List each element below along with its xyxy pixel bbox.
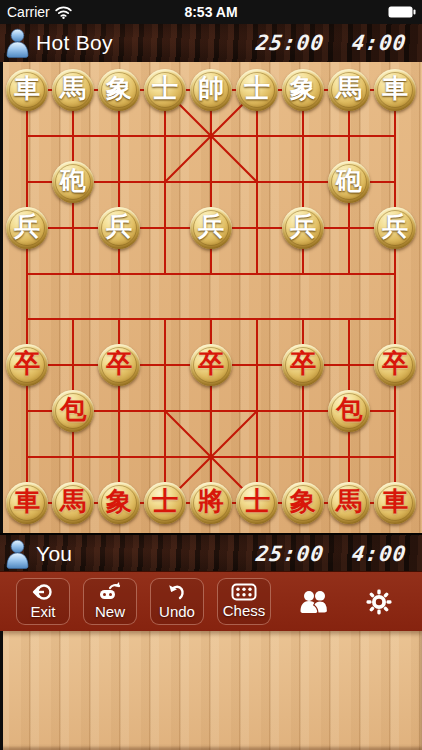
- piece-glyph: 卒: [290, 351, 316, 377]
- player-bar: You 25:00 4:00: [0, 533, 422, 574]
- piece-glyph: 馬: [60, 76, 86, 102]
- piece-red-車[interactable]: 車: [6, 482, 48, 524]
- piece-red-包[interactable]: 包: [52, 390, 94, 432]
- piece-glyph: 馬: [336, 489, 362, 515]
- undo-button[interactable]: Undo: [150, 578, 204, 625]
- piece-white-兵[interactable]: 兵: [374, 207, 416, 249]
- piece-glyph: 砲: [336, 168, 362, 194]
- piece-white-兵[interactable]: 兵: [190, 207, 232, 249]
- piece-glyph: 將: [198, 489, 224, 515]
- bottom-wood-panel: [0, 631, 422, 750]
- piece-red-士[interactable]: 士: [144, 482, 186, 524]
- clock-time: 8:53 AM: [184, 4, 237, 20]
- piece-white-士[interactable]: 士: [144, 69, 186, 111]
- piece-glyph: 卒: [14, 351, 40, 377]
- piece-red-士[interactable]: 士: [236, 482, 278, 524]
- new-game-button[interactable]: New: [83, 578, 137, 625]
- battery-icon: [388, 6, 416, 18]
- player-name: You: [36, 542, 72, 566]
- piece-glyph: 兵: [290, 214, 316, 240]
- piece-white-兵[interactable]: 兵: [282, 207, 324, 249]
- person-avatar-icon: [4, 539, 31, 569]
- undo-icon: [166, 582, 188, 602]
- piece-white-砲[interactable]: 砲: [52, 161, 94, 203]
- wifi-icon: [55, 6, 72, 19]
- piece-glyph: 象: [290, 489, 316, 515]
- undo-button-label: Undo: [159, 603, 195, 620]
- piece-glyph: 士: [244, 76, 270, 102]
- chess-board-icon: [231, 583, 257, 601]
- piece-red-包[interactable]: 包: [328, 390, 370, 432]
- exit-button[interactable]: Exit: [16, 578, 70, 625]
- piece-red-卒[interactable]: 卒: [282, 344, 324, 386]
- piece-glyph: 馬: [60, 489, 86, 515]
- exit-button-label: Exit: [30, 603, 55, 620]
- players-icon: [297, 590, 331, 614]
- player-game-clock: 25:00: [255, 542, 326, 566]
- piece-red-象[interactable]: 象: [98, 482, 140, 524]
- piece-glyph: 卒: [106, 351, 132, 377]
- piece-glyph: 卒: [198, 351, 224, 377]
- chess-mode-button[interactable]: Chess: [217, 578, 271, 625]
- piece-red-卒[interactable]: 卒: [98, 344, 140, 386]
- piece-glyph: 馬: [336, 76, 362, 102]
- settings-gear-icon: [366, 589, 392, 615]
- piece-white-帥[interactable]: 帥: [190, 69, 232, 111]
- piece-glyph: 士: [244, 489, 270, 515]
- piece-glyph: 兵: [382, 214, 408, 240]
- xiangqi-app: Carrier 8:53 AM Ho: [0, 0, 422, 750]
- piece-glyph: 砲: [60, 168, 86, 194]
- player-move-clock: 4:00: [351, 542, 409, 566]
- chess-mode-button-label: Chess: [223, 602, 266, 619]
- piece-glyph: 兵: [106, 214, 132, 240]
- piece-glyph: 士: [152, 489, 178, 515]
- person-avatar-icon: [4, 28, 31, 58]
- piece-white-象[interactable]: 象: [282, 69, 324, 111]
- piece-glyph: 卒: [382, 351, 408, 377]
- piece-glyph: 車: [382, 76, 408, 102]
- piece-glyph: 車: [382, 489, 408, 515]
- piece-red-卒[interactable]: 卒: [6, 344, 48, 386]
- piece-white-車[interactable]: 車: [374, 69, 416, 111]
- opponent-bar: Hot Boy 25:00 4:00: [0, 24, 422, 64]
- piece-white-兵[interactable]: 兵: [98, 207, 140, 249]
- piece-glyph: 士: [152, 76, 178, 102]
- piece-white-車[interactable]: 車: [6, 69, 48, 111]
- opponent-name: Hot Boy: [36, 31, 113, 55]
- piece-red-車[interactable]: 車: [374, 482, 416, 524]
- piece-white-士[interactable]: 士: [236, 69, 278, 111]
- piece-glyph: 兵: [14, 214, 40, 240]
- xiangqi-board: 車馬象士帥士象馬車砲砲兵兵兵兵兵卒卒卒卒卒包包車馬象士將士象馬車: [0, 62, 422, 533]
- piece-glyph: 包: [336, 397, 362, 423]
- toolbar: Exit New Undo Chess: [0, 571, 422, 631]
- piece-glyph: 象: [290, 76, 316, 102]
- piece-glyph: 兵: [198, 214, 224, 240]
- piece-glyph: 象: [106, 489, 132, 515]
- piece-glyph: 車: [14, 489, 40, 515]
- status-bar: Carrier 8:53 AM: [0, 0, 422, 24]
- piece-white-馬[interactable]: 馬: [52, 69, 94, 111]
- piece-red-卒[interactable]: 卒: [190, 344, 232, 386]
- carrier-label: Carrier: [7, 4, 50, 20]
- players-button[interactable]: [297, 590, 331, 614]
- piece-white-兵[interactable]: 兵: [6, 207, 48, 249]
- piece-red-象[interactable]: 象: [282, 482, 324, 524]
- new-game-button-label: New: [95, 603, 125, 620]
- piece-red-馬[interactable]: 馬: [52, 482, 94, 524]
- opponent-game-clock: 25:00: [255, 31, 326, 55]
- opponent-move-clock: 4:00: [351, 31, 409, 55]
- piece-glyph: 包: [60, 397, 86, 423]
- piece-white-象[interactable]: 象: [98, 69, 140, 111]
- xiangqi-board-grid[interactable]: 車馬象士帥士象馬車砲砲兵兵兵兵兵卒卒卒卒卒包包車馬象士將士象馬車: [4, 67, 418, 526]
- piece-red-卒[interactable]: 卒: [374, 344, 416, 386]
- piece-red-馬[interactable]: 馬: [328, 482, 370, 524]
- piece-glyph: 車: [14, 76, 40, 102]
- piece-white-砲[interactable]: 砲: [328, 161, 370, 203]
- piece-red-將[interactable]: 將: [190, 482, 232, 524]
- settings-button[interactable]: [366, 589, 392, 615]
- piece-white-馬[interactable]: 馬: [328, 69, 370, 111]
- exit-icon: [32, 582, 54, 602]
- piece-glyph: 象: [106, 76, 132, 102]
- new-game-icon: [98, 582, 122, 602]
- piece-glyph: 帥: [198, 76, 224, 102]
